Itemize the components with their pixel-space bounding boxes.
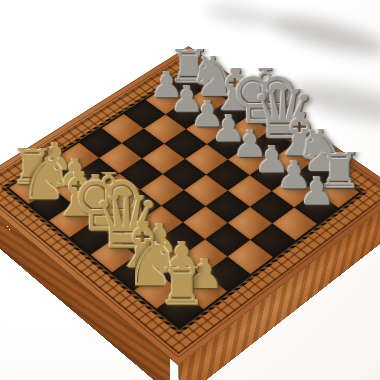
piece-white-rook-a1[interactable]: ♜: [156, 266, 203, 309]
white-rook-glyph: ♜: [156, 257, 203, 313]
piece-black-pawn-a7[interactable]: ♟: [294, 176, 338, 207]
scene: ♜♞♝♛♚♝♞♜♟♟♟♟♟♟♟♟♟♟♟♟♟♟♟♟♜♞♝♛♚♝♞♜: [0, 0, 380, 380]
chess-case: ♜♞♝♛♚♝♞♜♟♟♟♟♟♟♟♟♟♟♟♟♟♟♟♟♜♞♝♛♚♝♞♜: [0, 47, 380, 364]
black-pawn-glyph: ♟: [294, 170, 338, 210]
chess-set-photo: ♜♞♝♛♚♝♞♜♟♟♟♟♟♟♟♟♟♟♟♟♟♟♟♟♜♞♝♛♚♝♞♜: [0, 0, 380, 380]
